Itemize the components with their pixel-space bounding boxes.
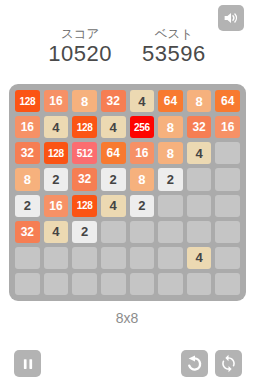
score-value: 10520 xyxy=(48,41,112,66)
empty-cell xyxy=(215,273,240,295)
empty-cell xyxy=(101,221,126,243)
empty-cell xyxy=(101,247,126,269)
empty-cell xyxy=(101,273,126,295)
undo-button[interactable] xyxy=(181,350,208,377)
tile-64: 64 xyxy=(101,142,126,164)
tile-32: 32 xyxy=(15,142,40,164)
restart-button[interactable] xyxy=(215,350,242,377)
restart-icon xyxy=(219,354,238,373)
tile-4: 4 xyxy=(44,221,69,243)
empty-cell xyxy=(130,273,155,295)
tile-2: 2 xyxy=(44,168,69,190)
tile-2: 2 xyxy=(130,195,155,217)
tile-4: 4 xyxy=(187,247,212,269)
tile-8: 8 xyxy=(130,168,155,190)
tile-32: 32 xyxy=(72,168,97,190)
best-block: ベスト 53596 xyxy=(142,27,206,66)
best-label: ベスト xyxy=(142,27,206,41)
tile-32: 32 xyxy=(15,221,40,243)
empty-cell xyxy=(187,221,212,243)
empty-cell xyxy=(158,247,183,269)
speaker-icon xyxy=(222,9,240,27)
tile-128: 128 xyxy=(44,142,69,164)
tile-64: 64 xyxy=(158,90,183,112)
empty-cell xyxy=(215,142,240,164)
tile-4: 4 xyxy=(101,195,126,217)
tile-8: 8 xyxy=(187,90,212,112)
empty-cell xyxy=(187,168,212,190)
empty-cell xyxy=(130,221,155,243)
empty-cell xyxy=(215,247,240,269)
pause-button[interactable] xyxy=(14,350,41,377)
empty-cell xyxy=(215,168,240,190)
empty-cell xyxy=(215,195,240,217)
tile-4: 4 xyxy=(187,142,212,164)
empty-cell xyxy=(15,247,40,269)
tile-128: 128 xyxy=(72,116,97,138)
tile-16: 16 xyxy=(215,116,240,138)
tile-2: 2 xyxy=(101,168,126,190)
tile-4: 4 xyxy=(44,116,69,138)
tile-128: 128 xyxy=(72,195,97,217)
tile-2: 2 xyxy=(15,195,40,217)
empty-cell xyxy=(158,273,183,295)
empty-cell xyxy=(158,221,183,243)
tile-512: 512 xyxy=(72,142,97,164)
tile-4: 4 xyxy=(130,90,155,112)
board[interactable]: 1281683246486416412842568321632128512641… xyxy=(9,84,246,301)
score-label: スコア xyxy=(48,27,112,41)
undo-icon xyxy=(185,354,204,373)
tile-8: 8 xyxy=(158,142,183,164)
tile-2: 2 xyxy=(72,221,97,243)
empty-cell xyxy=(158,195,183,217)
tile-16: 16 xyxy=(44,90,69,112)
empty-cell xyxy=(72,247,97,269)
tile-128: 128 xyxy=(15,90,40,112)
empty-cell xyxy=(44,247,69,269)
empty-cell xyxy=(44,273,69,295)
tile-8: 8 xyxy=(72,90,97,112)
score-header: スコア 10520 ベスト 53596 xyxy=(0,27,254,66)
score-block: スコア 10520 xyxy=(48,27,112,66)
board-size-label: 8x8 xyxy=(0,310,254,326)
tile-256: 256 xyxy=(130,116,155,138)
best-value: 53596 xyxy=(142,41,206,66)
tile-32: 32 xyxy=(187,116,212,138)
empty-cell xyxy=(72,273,97,295)
empty-cell xyxy=(15,273,40,295)
empty-cell xyxy=(215,221,240,243)
tile-64: 64 xyxy=(215,90,240,112)
tile-4: 4 xyxy=(101,116,126,138)
tile-16: 16 xyxy=(44,195,69,217)
tile-2: 2 xyxy=(158,168,183,190)
empty-cell xyxy=(130,247,155,269)
tile-32: 32 xyxy=(101,90,126,112)
pause-icon xyxy=(19,355,37,373)
tile-8: 8 xyxy=(158,116,183,138)
game-2048-app: スコア 10520 ベスト 53596 12816832464864164128… xyxy=(0,0,254,382)
empty-cell xyxy=(187,273,212,295)
tile-16: 16 xyxy=(15,116,40,138)
tile-8: 8 xyxy=(15,168,40,190)
empty-cell xyxy=(187,195,212,217)
tile-16: 16 xyxy=(130,142,155,164)
